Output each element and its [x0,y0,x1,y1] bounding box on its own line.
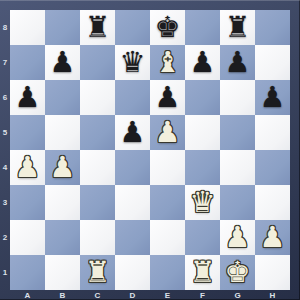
square-a2[interactable] [10,220,45,255]
piece-white-pawn-h2[interactable]: ♟ [255,220,290,255]
rank-label-4: 4 [0,150,10,185]
piece-black-king-e8[interactable]: ♚ [150,10,185,45]
square-c5[interactable] [80,115,115,150]
square-d5[interactable]: ♟ [115,115,150,150]
square-b7[interactable]: ♟ [45,45,80,80]
piece-black-pawn-d5[interactable]: ♟ [115,115,150,150]
piece-white-rook-f1[interactable]: ♜ [185,255,220,290]
piece-white-queen-f3[interactable]: ♛ [185,185,220,220]
file-label-h: H [255,290,290,300]
square-h3[interactable] [255,185,290,220]
square-e5[interactable]: ♟ [150,115,185,150]
rank-label-1: 1 [0,255,10,290]
piece-white-pawn-b4[interactable]: ♟ [45,150,80,185]
square-e4[interactable] [150,150,185,185]
piece-white-rook-c1[interactable]: ♜ [80,255,115,290]
square-f1[interactable]: ♜ [185,255,220,290]
rank-label-5: 5 [0,115,10,150]
piece-white-pawn-e5[interactable]: ♟ [150,115,185,150]
square-g6[interactable] [220,80,255,115]
square-a1[interactable] [10,255,45,290]
square-g1[interactable]: ♚ [220,255,255,290]
square-d1[interactable] [115,255,150,290]
piece-white-pawn-a4[interactable]: ♟ [10,150,45,185]
square-a4[interactable]: ♟ [10,150,45,185]
piece-white-bishop-e7[interactable]: ♝ [150,45,185,80]
square-h2[interactable]: ♟ [255,220,290,255]
square-f3[interactable]: ♛ [185,185,220,220]
square-b4[interactable]: ♟ [45,150,80,185]
square-e6[interactable]: ♟ [150,80,185,115]
square-h5[interactable] [255,115,290,150]
file-label-a: A [10,290,45,300]
square-a6[interactable]: ♟ [10,80,45,115]
piece-black-queen-d7[interactable]: ♛ [115,45,150,80]
square-c8[interactable]: ♜ [80,10,115,45]
square-f6[interactable] [185,80,220,115]
file-label-c: C [80,290,115,300]
piece-black-pawn-h6[interactable]: ♟ [255,80,290,115]
square-c7[interactable] [80,45,115,80]
square-e3[interactable] [150,185,185,220]
square-c4[interactable] [80,150,115,185]
board-frame: 87654321 ♜♚♜♟♛♝♟♟♟♟♟♟♟♟♟♛♟♟♜♜♚ ABCDEFGH [0,0,300,300]
square-c2[interactable] [80,220,115,255]
square-g4[interactable] [220,150,255,185]
square-g8[interactable]: ♜ [220,10,255,45]
square-d7[interactable]: ♛ [115,45,150,80]
square-f5[interactable] [185,115,220,150]
square-e2[interactable] [150,220,185,255]
square-h1[interactable] [255,255,290,290]
square-g5[interactable] [220,115,255,150]
piece-white-king-g1[interactable]: ♚ [220,255,255,290]
chess-board[interactable]: ♜♚♜♟♛♝♟♟♟♟♟♟♟♟♟♛♟♟♜♜♚ [10,10,290,290]
file-label-g: G [220,290,255,300]
square-c3[interactable] [80,185,115,220]
piece-black-pawn-a6[interactable]: ♟ [10,80,45,115]
square-d6[interactable] [115,80,150,115]
piece-white-pawn-g2[interactable]: ♟ [220,220,255,255]
file-label-e: E [150,290,185,300]
piece-black-pawn-b7[interactable]: ♟ [45,45,80,80]
square-b2[interactable] [45,220,80,255]
square-d2[interactable] [115,220,150,255]
square-f7[interactable]: ♟ [185,45,220,80]
square-b1[interactable] [45,255,80,290]
square-b6[interactable] [45,80,80,115]
square-e8[interactable]: ♚ [150,10,185,45]
square-a5[interactable] [10,115,45,150]
square-g3[interactable] [220,185,255,220]
square-h6[interactable]: ♟ [255,80,290,115]
file-label-f: F [185,290,220,300]
rank-label-2: 2 [0,220,10,255]
piece-black-pawn-g7[interactable]: ♟ [220,45,255,80]
piece-black-rook-c8[interactable]: ♜ [80,10,115,45]
rank-label-6: 6 [0,80,10,115]
piece-black-pawn-e6[interactable]: ♟ [150,80,185,115]
square-a7[interactable] [10,45,45,80]
piece-black-rook-g8[interactable]: ♜ [220,10,255,45]
rank-label-7: 7 [0,45,10,80]
square-f2[interactable] [185,220,220,255]
square-f4[interactable] [185,150,220,185]
square-b8[interactable] [45,10,80,45]
rank-labels: 87654321 [0,10,10,290]
square-c6[interactable] [80,80,115,115]
square-f8[interactable] [185,10,220,45]
square-d8[interactable] [115,10,150,45]
square-g2[interactable]: ♟ [220,220,255,255]
square-d4[interactable] [115,150,150,185]
file-label-d: D [115,290,150,300]
square-h7[interactable] [255,45,290,80]
square-d3[interactable] [115,185,150,220]
square-c1[interactable]: ♜ [80,255,115,290]
square-a3[interactable] [10,185,45,220]
square-g7[interactable]: ♟ [220,45,255,80]
square-h4[interactable] [255,150,290,185]
piece-black-pawn-f7[interactable]: ♟ [185,45,220,80]
square-a8[interactable] [10,10,45,45]
file-labels: ABCDEFGH [10,290,290,300]
square-e1[interactable] [150,255,185,290]
square-h8[interactable] [255,10,290,45]
rank-label-3: 3 [0,185,10,220]
square-b3[interactable] [45,185,80,220]
rank-label-8: 8 [0,10,10,45]
square-e7[interactable]: ♝ [150,45,185,80]
square-b5[interactable] [45,115,80,150]
file-label-b: B [45,290,80,300]
